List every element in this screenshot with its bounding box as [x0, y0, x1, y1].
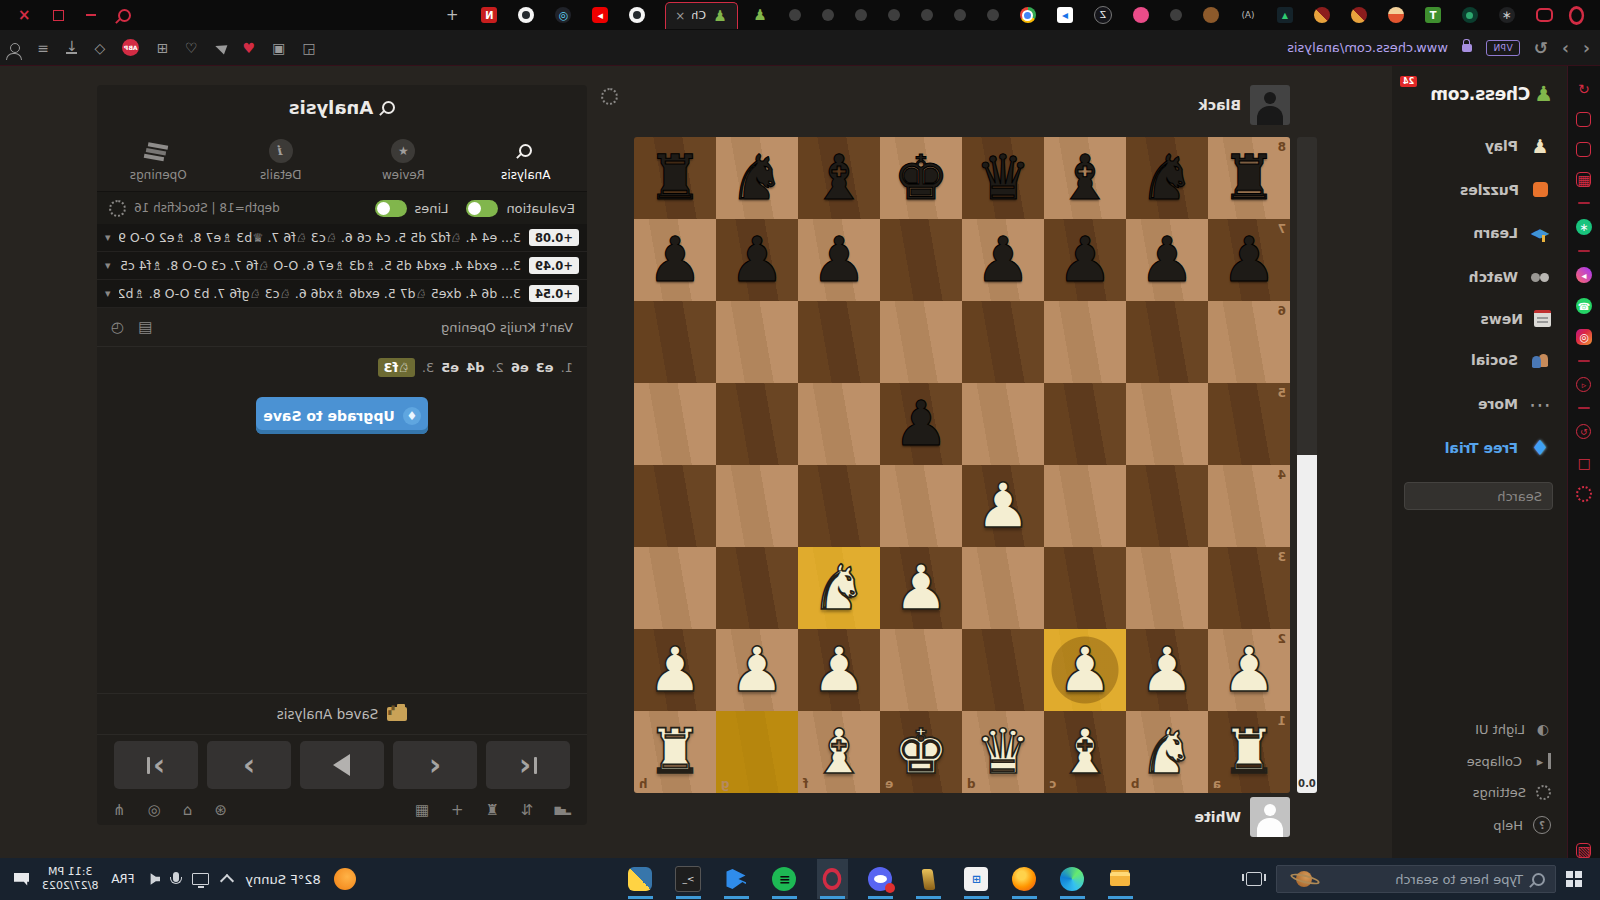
square-e8[interactable]: ♚ — [880, 137, 962, 219]
sidebar-item-social[interactable]: Social — [1392, 338, 1567, 382]
black-b-piece[interactable]: ♝ — [1044, 137, 1126, 219]
square-h2[interactable]: ♟ — [634, 629, 716, 711]
square-c8[interactable]: ♝ — [1044, 137, 1126, 219]
basket-icon[interactable] — [1577, 112, 1592, 127]
square-e3[interactable]: ♟ — [880, 547, 962, 629]
engine-line[interactable]: +0.543... d6 4. dxe5 ♘d7 5. exd6 ♗xd6 6.… — [97, 280, 587, 308]
taskbar-app-python[interactable] — [625, 859, 656, 899]
twitch-icon[interactable] — [1577, 142, 1592, 157]
move-number: 2. — [491, 360, 503, 375]
mirrored-screenshot: Ch × × ‹ › ↻ VPN www.chess.com/analysis … — [0, 0, 1600, 900]
gx-corner-icon[interactable]: ▦ — [1577, 172, 1592, 187]
tab-close-icon[interactable]: × — [675, 9, 685, 23]
square-e5[interactable]: ♟ — [880, 383, 962, 465]
black-player-name: Black — [1198, 97, 1241, 113]
opening-book-icon[interactable]: ▤ — [138, 318, 152, 336]
tab-openings[interactable]: Openings — [97, 129, 220, 191]
engine-settings-gear-icon[interactable] — [109, 200, 126, 217]
square-c3[interactable] — [1044, 547, 1126, 629]
black-k-piece[interactable]: ♚ — [880, 137, 962, 219]
black-p-piece[interactable]: ♟ — [962, 219, 1044, 301]
active-tab[interactable]: Ch × — [665, 2, 738, 29]
opening-row[interactable]: Van't Kruijs Opening ▤ ◷ — [97, 308, 587, 347]
add-icon[interactable]: + — [451, 801, 464, 819]
extension-icon[interactable]: ⊞ — [156, 40, 168, 56]
saturn-image — [1287, 868, 1321, 890]
tab-favicon-dot[interactable] — [789, 9, 801, 21]
square-h7[interactable]: ♟ — [634, 219, 716, 301]
square-a3[interactable]: 3 — [1208, 547, 1290, 629]
white-p-piece[interactable]: ♟ — [1126, 629, 1208, 711]
board-settings-gear-icon[interactable] — [601, 88, 618, 105]
black-p-piece[interactable]: ♟ — [1044, 219, 1126, 301]
square-d2[interactable] — [962, 629, 1044, 711]
file-label: d — [967, 777, 976, 791]
tab-favicon-chrome[interactable] — [1020, 7, 1036, 23]
tab-favicon-gx-games[interactable] — [1536, 8, 1553, 22]
language-indicator[interactable]: FRA — [111, 872, 134, 886]
tab-favicon-chesscom-pawn[interactable] — [752, 7, 768, 23]
play-triangle-icon — [334, 754, 351, 776]
white-p-piece[interactable]: ♟ — [716, 629, 798, 711]
square-a2[interactable]: 2♟ — [1208, 629, 1290, 711]
square-d4[interactable]: ♟ — [962, 465, 1044, 547]
saved-analysis-row[interactable]: Saved Analysis — [97, 693, 587, 734]
eval-score: 0.0 — [1297, 778, 1317, 789]
chatgpt-icon[interactable]: ∗ — [1576, 219, 1592, 235]
taskbar-apps — [625, 858, 1136, 900]
control-last-button[interactable]: › — [114, 741, 198, 789]
player-icon[interactable]: ◃ — [1577, 377, 1592, 392]
chart-icon[interactable]: ▂▅▇ — [556, 806, 571, 815]
black-q-piece[interactable]: ♛ — [962, 137, 1044, 219]
square-g4[interactable] — [716, 465, 798, 547]
gear-icon — [1536, 785, 1551, 800]
taskbar-app-discord[interactable] — [865, 859, 896, 899]
tab-favicon-dot[interactable] — [888, 9, 900, 21]
footer-item-label: Light UI — [1475, 722, 1525, 737]
taskbar-app-gold[interactable] — [913, 859, 944, 899]
task-view-icon[interactable] — [1246, 872, 1262, 886]
upgrade-label: Upgrade to Save — [263, 408, 395, 424]
minimize-icon[interactable] — [86, 14, 96, 16]
panel-title: Analysis — [289, 97, 373, 118]
black-p-piece[interactable]: ♟ — [798, 219, 880, 301]
sidebar-items: PlayPuzzlesLearnWatchNewsSocialMoreFree … — [1392, 124, 1567, 470]
maximize-icon[interactable] — [53, 10, 64, 21]
image-icon[interactable]: ▨ — [1577, 843, 1592, 858]
camera-icon[interactable]: ▣ — [272, 40, 285, 56]
taskbar-app-store[interactable] — [961, 859, 992, 899]
file-label: a — [1213, 777, 1221, 791]
tab-favicon-dot[interactable] — [921, 9, 933, 21]
white-n-piece[interactable]: ♞ — [798, 547, 880, 629]
notification-center-icon[interactable] — [14, 873, 29, 886]
square-b6[interactable] — [1126, 301, 1208, 383]
sidebar-item-learn[interactable]: Learn — [1392, 211, 1567, 255]
square-e1[interactable]: e♚ — [880, 711, 962, 793]
tab-favicon-z-circle[interactable] — [1094, 6, 1112, 24]
tab-review[interactable]: Review — [342, 129, 465, 191]
flip-icon[interactable]: ⇅ — [521, 801, 534, 819]
square-b5[interactable] — [1126, 383, 1208, 465]
tab-favicon-a-label[interactable] — [1240, 7, 1256, 23]
move-token[interactable]: e6 — [511, 360, 529, 375]
square-b3[interactable] — [1126, 547, 1208, 629]
rank-label: 4 — [1278, 468, 1286, 482]
square-c6[interactable] — [1044, 301, 1126, 383]
padlock-icon[interactable] — [1462, 44, 1472, 52]
lines-toggle-label: Lines — [415, 201, 449, 216]
square-h6[interactable] — [634, 301, 716, 383]
white-p-piece[interactable]: ♟ — [880, 547, 962, 629]
gear-icon[interactable] — [1576, 486, 1592, 502]
square-f1[interactable]: f♝ — [798, 711, 880, 793]
square-c7[interactable]: ♟ — [1044, 219, 1126, 301]
square-a4[interactable]: 4 — [1208, 465, 1290, 547]
footer-item-collapse[interactable]: Collapse — [1392, 745, 1567, 777]
tab-favicon-leaf[interactable] — [1462, 7, 1478, 23]
diamond-icon: ♦ — [403, 407, 421, 425]
square-d5[interactable] — [962, 383, 1044, 465]
square-c4[interactable] — [1044, 465, 1126, 547]
square-b2[interactable]: ♟ — [1126, 629, 1208, 711]
tab-favicon-youtube[interactable] — [592, 7, 608, 23]
square-c5[interactable] — [1044, 383, 1126, 465]
file-label: b — [1131, 777, 1140, 791]
rank-label: 5 — [1278, 386, 1286, 400]
window-search-icon[interactable] — [118, 9, 131, 22]
engine-depth-text: depth=18 | Stockfish 16 — [134, 201, 280, 215]
binoculars-icon — [1529, 266, 1551, 288]
eval-badge: +0.08 — [529, 229, 579, 246]
upgrade-button[interactable]: ♦ Upgrade to Save — [256, 397, 428, 434]
chevron-down-icon[interactable]: ▾ — [105, 259, 111, 272]
square-f7[interactable]: ♟ — [798, 219, 880, 301]
filters-icon[interactable]: ≡ — [37, 40, 49, 56]
move-token[interactable]: d4 — [466, 360, 484, 375]
black-p-piece[interactable]: ♟ — [880, 383, 962, 465]
white-b-piece[interactable]: ♝ — [1044, 711, 1126, 793]
tab-label: Details — [260, 168, 302, 182]
taskbar-app-firefox[interactable] — [1009, 859, 1040, 899]
tab-favicon-dot[interactable] — [1170, 9, 1182, 21]
play-hand-icon — [1529, 135, 1551, 157]
square-f4[interactable] — [798, 465, 880, 547]
move-token[interactable]: e3 — [536, 360, 554, 375]
gx-divider — [1578, 250, 1590, 252]
control-prev-button[interactable]: ‹ — [393, 741, 477, 789]
share-icon[interactable]: ⋔ — [113, 801, 126, 819]
profile-icon[interactable] — [10, 43, 20, 53]
target-icon[interactable]: ◎ — [148, 801, 161, 819]
chess-board: 8♜♞♝♛♚♝♞♜7♟♟♟♟♟♟♟65♟4♟3♟♞2♟♟♟♟♟♟1a♜b♞c♝d… — [634, 137, 1290, 793]
tab-favicon-dot[interactable] — [855, 9, 867, 21]
square-h3[interactable] — [634, 547, 716, 629]
close-icon[interactable]: × — [18, 6, 31, 24]
tab-favicon-github[interactable] — [629, 7, 645, 23]
black-avatar[interactable] — [1250, 85, 1290, 125]
clock-icon[interactable]: ↻ — [1577, 424, 1592, 439]
black-p-piece[interactable]: ♟ — [634, 219, 716, 301]
square-g8[interactable]: ♞ — [716, 137, 798, 219]
footer-item-help[interactable]: Help — [1392, 808, 1567, 842]
diamond-icon — [1529, 437, 1551, 459]
file-label: c — [1049, 777, 1056, 791]
taskbar-app-vscode[interactable] — [721, 859, 752, 899]
file-label: e — [885, 777, 893, 791]
black-r-piece[interactable]: ♜ — [634, 137, 716, 219]
network-monitor-icon[interactable] — [192, 873, 209, 885]
control-first-button[interactable]: ‹ — [486, 741, 570, 789]
tab-favicon-gs-badge[interactable] — [1314, 7, 1330, 23]
black-b-piece[interactable]: ♝ — [798, 137, 880, 219]
black-p-piece[interactable]: ♟ — [1126, 219, 1208, 301]
theme-icon — [1535, 721, 1551, 737]
engine-line[interactable]: +0.083... e4 4. ♘fd2 d5 5. c4 c6 6. ♘c3 … — [97, 224, 587, 252]
black-n-piece[interactable]: ♞ — [716, 137, 798, 219]
sidebar-item-more[interactable]: More — [1392, 382, 1567, 426]
move-number: 1. — [561, 360, 573, 375]
tab-favicon-luffy[interactable] — [1388, 7, 1404, 23]
download-icon[interactable]: ↓ — [66, 41, 78, 54]
opening-icons: ▤ ◷ — [111, 318, 152, 336]
square-h4[interactable] — [634, 465, 716, 547]
taskbar-app-edge[interactable] — [1057, 859, 1088, 899]
player-bottom-row: White — [1195, 797, 1290, 837]
footer-item-light-ui[interactable]: Light UI — [1392, 713, 1567, 745]
file-label: f — [803, 777, 808, 791]
explorer-compass-icon[interactable]: ◷ — [111, 318, 124, 336]
player-top-row: Black — [1198, 85, 1290, 125]
footer-item-settings[interactable]: Settings — [1392, 777, 1567, 808]
lines-toggle[interactable] — [375, 200, 407, 217]
tab-favicon-play-blue[interactable] — [1057, 7, 1073, 23]
gx-divider — [1578, 202, 1590, 204]
move-token[interactable]: ♘f3 — [378, 358, 414, 377]
square-g6[interactable] — [716, 301, 798, 383]
tab-details[interactable]: Details — [220, 129, 343, 191]
whatsapp-icon[interactable]: ☎ — [1576, 298, 1592, 314]
window-controls: × — [6, 6, 131, 24]
square-h5[interactable] — [634, 383, 716, 465]
reload-icon[interactable]: ↻ — [1534, 38, 1548, 58]
sidebar-item-label: More — [1478, 396, 1518, 412]
square-d8[interactable]: ♛ — [962, 137, 1044, 219]
setup-icon[interactable]: ▦ — [415, 801, 429, 819]
weather-text[interactable]: 82°F Sunny — [245, 872, 320, 887]
instagram-icon[interactable]: ◎ — [1576, 329, 1592, 345]
pinboard-heart-icon[interactable]: ♥ — [243, 40, 256, 56]
white-b-piece[interactable]: ♝ — [798, 711, 880, 793]
square-d1[interactable]: d♛ — [962, 711, 1044, 793]
date-text: 8/27/2023 — [42, 879, 98, 893]
white-p-piece[interactable]: ♟ — [962, 465, 1044, 547]
square-e4[interactable] — [880, 465, 962, 547]
speaker-icon[interactable] — [147, 873, 160, 886]
footer-item-label: Settings — [1473, 785, 1526, 800]
taskbar-app-opera-gx[interactable] — [817, 859, 848, 899]
square-a1[interactable]: 1a♜ — [1208, 711, 1290, 793]
chesscom-favicon — [712, 8, 728, 24]
gx-divider — [1578, 407, 1590, 409]
square-f8[interactable]: ♝ — [798, 137, 880, 219]
sidebar-item-news[interactable]: News — [1392, 299, 1567, 338]
sidebar-item-free-trial[interactable]: Free Trial — [1392, 426, 1567, 470]
tab-favicon-n-red[interactable] — [481, 7, 497, 23]
square-b1[interactable]: b♞ — [1126, 711, 1208, 793]
opera-menu-icon[interactable] — [1569, 6, 1584, 25]
square-d6[interactable] — [962, 301, 1044, 383]
evaluation-toggle-label: Evaluation — [506, 201, 575, 216]
white-p-piece[interactable]: ♟ — [798, 629, 880, 711]
upgrade-wrap: ♦ Upgrade to Save — [97, 387, 587, 440]
tab-favicon-dot[interactable] — [954, 9, 966, 21]
move-number: 3. — [422, 360, 434, 375]
taskbar-search[interactable]: Type here to search — [1276, 865, 1556, 893]
square-c1[interactable]: c♝ — [1044, 711, 1126, 793]
vpn-badge[interactable]: VPN — [1486, 40, 1520, 56]
taskbar-app-spotify[interactable] — [769, 859, 800, 899]
sidebar-item-label: Free Trial — [1445, 440, 1518, 456]
sidebar-search-input[interactable]: Search — [1404, 482, 1553, 510]
dots-icon — [1529, 393, 1551, 415]
tab-favicon-dot[interactable] — [987, 9, 999, 21]
file-label: g — [721, 777, 730, 791]
tab-favicon-dribbble[interactable] — [1133, 7, 1149, 23]
square-a7[interactable]: 7♟ — [1208, 219, 1290, 301]
square-c2[interactable]: ♟ — [1044, 629, 1126, 711]
collapse-icon — [1532, 753, 1551, 769]
black-p-piece[interactable]: ♟ — [716, 219, 798, 301]
tab-favicon-monkey[interactable] — [1203, 7, 1219, 23]
engine-toggle-row: Evaluation Lines depth=18 | Stockfish 16 — [97, 192, 587, 224]
move-list: 1.e3e62.d4e53.♘f3 — [97, 347, 587, 387]
white-p-piece[interactable]: ♟ — [1044, 629, 1126, 711]
white-avatar[interactable] — [1250, 797, 1290, 837]
pinned-tabs-left — [752, 6, 1553, 24]
square-a6[interactable]: 6 — [1208, 301, 1290, 383]
box-icon[interactable]: □ — [1576, 454, 1593, 471]
history-icon[interactable]: ↺ — [1576, 80, 1593, 97]
tab-favicon-chart[interactable] — [1277, 7, 1293, 23]
pieces-icon[interactable]: ♜ — [486, 801, 499, 819]
control-play-button[interactable] — [300, 741, 384, 789]
tab-favicon-t-green[interactable] — [1425, 7, 1441, 23]
start-button-icon[interactable] — [1566, 871, 1582, 887]
gx-sidebar-strip: ↺▦∗▸☎◎◃↻□▨ — [1567, 66, 1600, 858]
evaluation-toggle[interactable] — [466, 200, 498, 217]
adblock-icon[interactable]: ABP — [122, 39, 139, 56]
tab-favicon-dot[interactable] — [822, 9, 834, 21]
square-f3[interactable]: ♞ — [798, 547, 880, 629]
back-icon[interactable]: ‹ — [1583, 38, 1590, 58]
line-moves: 3... e4 4. ♘fd2 d5 5. c4 c6 6. ♘c3 ♘f6 7… — [119, 230, 521, 245]
sidebar-item-label: Watch — [1469, 269, 1518, 285]
taskbar-app-terminal[interactable] — [673, 859, 704, 899]
star-icon[interactable]: ⊛ — [214, 801, 227, 819]
move-token[interactable]: e5 — [441, 360, 459, 375]
forward-icon[interactable]: › — [1562, 38, 1569, 58]
square-a8[interactable]: 8♜ — [1208, 137, 1290, 219]
chesscom-logo[interactable]: ♟ Chess.com 24 — [1392, 66, 1567, 124]
taskbar-clock[interactable]: 3:11 PM 8/27/2023 — [42, 865, 98, 893]
square-f6[interactable] — [798, 301, 880, 383]
gx-divider — [1578, 360, 1590, 362]
square-h8[interactable]: ♜ — [634, 137, 716, 219]
square-g5[interactable] — [716, 383, 798, 465]
sidebar-item-label: Learn — [1473, 225, 1518, 241]
sidebar-item-watch[interactable]: Watch — [1392, 255, 1567, 299]
box-3d-icon[interactable]: ◇ — [94, 40, 105, 56]
square-e6[interactable] — [880, 301, 962, 383]
move-nav-controls: ‹‹›› — [97, 734, 587, 795]
square-a5[interactable]: 5 — [1208, 383, 1290, 465]
snapshot-icon[interactable]: ◱ — [302, 40, 315, 56]
browser-tab-strip: Ch × × — [0, 0, 1600, 30]
magnifier-icon — [514, 139, 538, 163]
chevron-down-icon[interactable]: ▾ — [105, 287, 111, 300]
engine-line[interactable]: +0.493... exd4 4. exd4 d5 5. ♗d3 ♗e7 6. … — [97, 252, 587, 280]
square-f2[interactable]: ♟ — [798, 629, 880, 711]
hidden-icons-chevron[interactable] — [220, 873, 234, 887]
taskbar-app-explorer[interactable] — [1105, 859, 1136, 899]
tab-favicon-react[interactable] — [555, 7, 571, 23]
library-icon[interactable]: ⌂ — [183, 801, 193, 819]
books-icon — [146, 139, 170, 163]
white-p-piece[interactable]: ♟ — [634, 629, 716, 711]
square-g2[interactable]: ♟ — [716, 629, 798, 711]
square-d7[interactable]: ♟ — [962, 219, 1044, 301]
square-b8[interactable]: ♞ — [1126, 137, 1208, 219]
heart-icon[interactable]: ♡ — [185, 40, 198, 56]
sidebar-item-puzzles[interactable]: Puzzles — [1392, 168, 1567, 211]
square-e2[interactable] — [880, 629, 962, 711]
sidebar-item-label: News — [1481, 311, 1523, 327]
tab-favicon-gs-badge[interactable] — [1351, 7, 1367, 23]
sidebar-item-play[interactable]: Play — [1392, 124, 1567, 168]
chevron-down-icon[interactable]: ▾ — [105, 231, 111, 244]
tab-favicon-chatgpt[interactable] — [1499, 7, 1515, 23]
square-h1[interactable]: h♜ — [634, 711, 716, 793]
square-g7[interactable]: ♟ — [716, 219, 798, 301]
control-next-button[interactable]: › — [207, 741, 291, 789]
engine-lines: +0.083... e4 4. ♘fd2 d5 5. c4 c6 6. ♘c3 … — [97, 224, 587, 308]
square-g1[interactable]: g — [716, 711, 798, 793]
tab-analysis[interactable]: Analysis — [465, 129, 588, 191]
square-f5[interactable] — [798, 383, 880, 465]
address-url[interactable]: www.chess.com/analysis — [1287, 40, 1448, 55]
weather-sun-icon[interactable] — [334, 868, 356, 890]
saved-analysis-label: Saved Analysis — [277, 706, 379, 722]
square-b7[interactable]: ♟ — [1126, 219, 1208, 301]
square-g3[interactable] — [716, 547, 798, 629]
rank-label: 3 — [1278, 550, 1286, 564]
messenger-icon[interactable]: ▸ — [1576, 267, 1592, 283]
black-n-piece[interactable]: ♞ — [1126, 137, 1208, 219]
windows-taskbar: Type here to search 82°F Sunny FRA 3:11 … — [0, 858, 1600, 900]
puzzle-icon — [1533, 182, 1548, 197]
square-b4[interactable] — [1126, 465, 1208, 547]
square-e7[interactable] — [880, 219, 962, 301]
tab-favicon-github[interactable] — [518, 7, 534, 23]
tab-favicon-plus[interactable] — [444, 7, 460, 23]
microphone-icon[interactable] — [173, 872, 179, 882]
eval-white-part: 0.0 — [1297, 455, 1317, 793]
eval-black-part — [1297, 137, 1317, 455]
square-d3[interactable] — [962, 547, 1044, 629]
send-icon[interactable] — [213, 41, 227, 54]
